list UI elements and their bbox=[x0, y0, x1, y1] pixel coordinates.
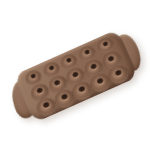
cavity-dimple bbox=[48, 65, 55, 71]
cavity-dimple bbox=[83, 49, 90, 55]
cavity-dimple bbox=[72, 71, 80, 78]
cavity-dimple bbox=[36, 87, 44, 94]
cavity-dimple bbox=[107, 55, 115, 62]
cavity-dimple bbox=[114, 69, 122, 77]
cavity-dimple bbox=[96, 77, 104, 85]
cavity-dimple bbox=[42, 101, 50, 109]
cavity-dimple bbox=[60, 93, 68, 101]
cavity-dimple bbox=[78, 85, 86, 93]
cavity-dimple bbox=[89, 63, 97, 70]
cavity-dimple bbox=[30, 73, 37, 79]
cavity-grid bbox=[21, 34, 130, 118]
chocolate-mold-tray bbox=[5, 25, 147, 126]
cavity-dimple bbox=[101, 41, 108, 47]
tray-body bbox=[13, 29, 138, 123]
cavity-dimple bbox=[54, 79, 62, 86]
cavity-dimple bbox=[66, 57, 73, 63]
product-photo bbox=[0, 0, 150, 150]
